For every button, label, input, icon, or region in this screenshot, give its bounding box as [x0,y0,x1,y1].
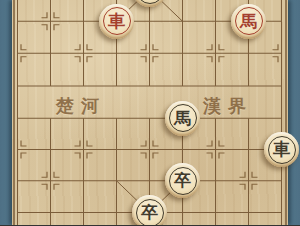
piece-black-horse-f6[interactable]: 馬 [165,101,200,136]
point-b8[interactable] [34,165,67,197]
point-d8[interactable] [100,165,133,197]
point-a7[interactable] [1,134,34,165]
point-i9[interactable] [265,197,298,226]
point-e4[interactable] [133,37,166,70]
point-i4[interactable] [265,37,298,70]
piece-ring: 卒 [169,167,197,195]
piece-character: 車 [273,141,290,158]
point-d7[interactable] [100,134,133,165]
point-e7[interactable] [133,134,166,165]
piece-red-horse-h3[interactable]: 馬 [231,4,266,39]
piece-character: 卒 [174,172,191,189]
piece-ring: 車 [268,136,296,164]
point-e3[interactable] [133,6,166,38]
piece-black-chariot-i7[interactable]: 車 [264,132,299,167]
point-h9[interactable] [232,197,265,226]
point-b3[interactable] [34,6,67,38]
point-g5[interactable] [199,70,232,103]
point-d6[interactable] [100,103,133,135]
point-b5[interactable] [34,70,67,103]
point-c6[interactable] [67,103,100,135]
point-g6[interactable] [199,103,232,135]
point-f4[interactable] [166,37,199,70]
point-c5[interactable] [67,70,100,103]
point-b4[interactable] [34,37,67,70]
piece-character: 卒 [141,204,158,221]
point-e8[interactable] [133,165,166,197]
piece-ring: 馬 [169,104,197,132]
point-i8[interactable] [265,165,298,197]
point-h4[interactable] [232,37,265,70]
point-g8[interactable] [199,165,232,197]
point-i5[interactable] [265,70,298,103]
board-intersections-grid: 士車馬馬車卒卒 [1,0,298,225]
point-a6[interactable] [1,103,34,135]
point-a8[interactable] [1,165,34,197]
piece-character: 馬 [240,12,257,29]
point-e5[interactable] [133,70,166,103]
point-b9[interactable] [34,197,67,226]
point-c7[interactable] [67,134,100,165]
point-h6[interactable] [232,103,265,135]
point-c3[interactable] [67,6,100,38]
point-g9[interactable] [199,197,232,226]
point-f5[interactable] [166,70,199,103]
point-f9[interactable] [166,197,199,226]
point-a4[interactable] [1,37,34,70]
piece-ring: 車 [103,7,131,35]
point-i3[interactable] [265,6,298,38]
point-b7[interactable] [34,134,67,165]
point-h7[interactable] [232,134,265,165]
piece-red-chariot-d3[interactable]: 車 [99,4,134,39]
piece-ring: 士 [136,0,164,4]
point-a9[interactable] [1,197,34,226]
point-f3[interactable] [166,6,199,38]
point-g7[interactable] [199,134,232,165]
point-c8[interactable] [67,165,100,197]
xiangqi-game-screen: 楚河 漢界 士車馬馬車卒卒 [0,0,300,225]
point-g3[interactable] [199,6,232,38]
point-g4[interactable] [199,37,232,70]
point-e6[interactable] [133,103,166,135]
point-c9[interactable] [67,197,100,226]
point-a3[interactable] [1,6,34,38]
point-h8[interactable] [232,165,265,197]
point-h5[interactable] [232,70,265,103]
point-d4[interactable] [100,37,133,70]
point-d5[interactable] [100,70,133,103]
piece-black-soldier-e9[interactable]: 卒 [132,195,167,225]
piece-character: 馬 [174,109,191,126]
point-b6[interactable] [34,103,67,135]
point-a5[interactable] [1,70,34,103]
piece-ring: 馬 [235,7,263,35]
point-c4[interactable] [67,37,100,70]
piece-ring: 卒 [136,199,164,226]
piece-character: 車 [108,12,125,29]
point-f7[interactable] [166,134,199,165]
point-i6[interactable] [265,103,298,135]
point-d9[interactable] [100,197,133,226]
